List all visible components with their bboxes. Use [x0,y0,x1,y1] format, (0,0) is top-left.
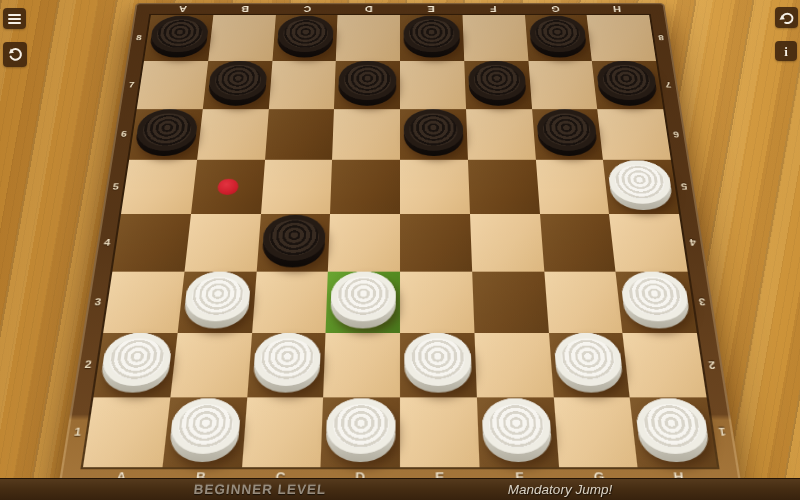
square-e7[interactable] [400,61,466,109]
board-frame: ABCDEFGH ABCDEFGH 87654321 87654321 [58,3,742,487]
square-d6[interactable] [332,109,400,160]
square-g8[interactable] [525,15,592,61]
square-h3[interactable] [616,271,697,332]
square-e8[interactable] [400,15,464,61]
file-label-h: H [585,3,649,15]
rotate-button[interactable] [3,42,27,67]
piece-white-e2[interactable] [404,333,471,393]
square-h6[interactable] [597,109,670,160]
piece-white-h3[interactable] [620,272,692,328]
piece-black-e6[interactable] [404,109,464,156]
square-g5[interactable] [535,160,609,214]
file-labels-top: ABCDEFGH [151,3,649,15]
square-f4[interactable] [470,214,544,271]
level-label: BEGINNER LEVEL [139,479,381,500]
file-label-c: C [275,3,338,15]
piece-white-g2[interactable] [553,333,625,393]
square-b3[interactable] [177,271,256,332]
square-a2[interactable] [93,333,177,398]
square-c1[interactable] [241,398,323,468]
file-label-e: E [400,3,462,15]
piece-top [338,61,396,100]
piece-top [404,15,460,52]
square-h1[interactable] [630,398,717,468]
square-b2[interactable] [170,333,252,398]
square-e5[interactable] [400,160,470,214]
square-e3[interactable] [400,271,474,332]
undo-button[interactable] [775,7,798,28]
square-g6[interactable] [532,109,604,160]
menu-button[interactable] [3,8,26,29]
square-h2[interactable] [623,333,707,398]
info-icon: i [784,45,788,58]
square-g2[interactable] [548,333,630,398]
file-label-a: A [151,3,215,15]
square-h7[interactable] [592,61,663,109]
square-e6[interactable] [400,109,468,160]
square-f5[interactable] [468,160,540,214]
piece-black-f7[interactable] [468,61,528,105]
undo-icon [778,10,795,25]
square-b8[interactable] [208,15,275,61]
square-f6[interactable] [466,109,536,160]
square-c2[interactable] [247,333,326,398]
square-g3[interactable] [544,271,623,332]
square-d2[interactable] [323,333,400,398]
square-f8[interactable] [462,15,528,61]
square-b4[interactable] [184,214,260,271]
square-a1[interactable] [83,398,170,468]
piece-white-f1[interactable] [481,398,553,462]
piece-black-g8[interactable] [528,15,587,57]
piece-black-c8[interactable] [276,15,334,57]
rotate-icon [7,46,24,63]
square-e4[interactable] [400,214,472,271]
square-b7[interactable] [203,61,272,109]
square-c7[interactable] [268,61,336,109]
status-bar: BEGINNER LEVEL Mandatory Jump! [0,478,800,500]
file-label-g: G [524,3,587,15]
square-a4[interactable] [112,214,190,271]
square-g4[interactable] [540,214,616,271]
piece-white-c2[interactable] [252,333,322,393]
piece-top [331,272,396,321]
piece-black-b7[interactable] [207,61,268,105]
board-grid [83,15,717,467]
square-g1[interactable] [553,398,637,468]
square-c8[interactable] [272,15,338,61]
square-d3[interactable] [326,271,400,332]
square-d7[interactable] [334,61,400,109]
square-f7[interactable] [464,61,532,109]
piece-black-d7[interactable] [338,61,396,105]
mandatory-jump-message: Mandatory Jump! [445,479,675,500]
piece-white-d3[interactable] [330,272,395,328]
square-a3[interactable] [103,271,184,332]
file-label-f: F [462,3,525,15]
square-b6[interactable] [197,109,269,160]
square-h4[interactable] [609,214,687,271]
piece-white-b1[interactable] [168,398,243,462]
square-e2[interactable] [400,333,477,398]
piece-black-a8[interactable] [148,15,209,57]
checkers-app: ABCDEFGH ABCDEFGH 87654321 87654321 i BE… [0,0,800,500]
square-b1[interactable] [162,398,246,468]
square-c6[interactable] [265,109,335,160]
square-f2[interactable] [474,333,553,398]
square-f1[interactable] [477,398,559,468]
square-e1[interactable] [400,398,479,468]
piece-white-a2[interactable] [99,333,173,393]
square-d1[interactable] [321,398,400,468]
piece-black-h7[interactable] [596,61,659,105]
square-c3[interactable] [252,271,328,332]
square-h8[interactable] [587,15,656,61]
piece-top [468,61,527,100]
piece-white-h5[interactable] [607,160,674,210]
board-scene: ABCDEFGH ABCDEFGH 87654321 87654321 [0,0,800,500]
piece-white-h1[interactable] [635,398,712,462]
square-a7[interactable] [137,61,208,109]
file-label-d: D [338,3,400,15]
square-a8[interactable] [144,15,213,61]
piece-white-d1[interactable] [326,398,396,462]
square-b5[interactable] [191,160,265,214]
square-d4[interactable] [328,214,400,271]
file-label-b: B [213,3,276,15]
piece-black-g6[interactable] [536,109,599,156]
info-button[interactable]: i [775,41,797,61]
square-h5[interactable] [603,160,679,214]
piece-top [326,398,395,454]
square-g7[interactable] [528,61,597,109]
square-d5[interactable] [330,160,400,214]
square-a5[interactable] [121,160,197,214]
piece-top [404,109,463,150]
piece-white-b3[interactable] [182,272,251,328]
piece-black-c4[interactable] [261,215,326,268]
piece-black-e8[interactable] [404,15,460,57]
hamburger-menu-icon [8,14,21,24]
square-c5[interactable] [261,160,333,214]
jump-target-dot[interactable] [217,178,239,194]
square-f3[interactable] [472,271,548,332]
square-d8[interactable] [336,15,400,61]
piece-top [404,333,471,385]
piece-black-a6[interactable] [134,109,199,156]
square-a6[interactable] [129,109,202,160]
square-c4[interactable] [256,214,330,271]
